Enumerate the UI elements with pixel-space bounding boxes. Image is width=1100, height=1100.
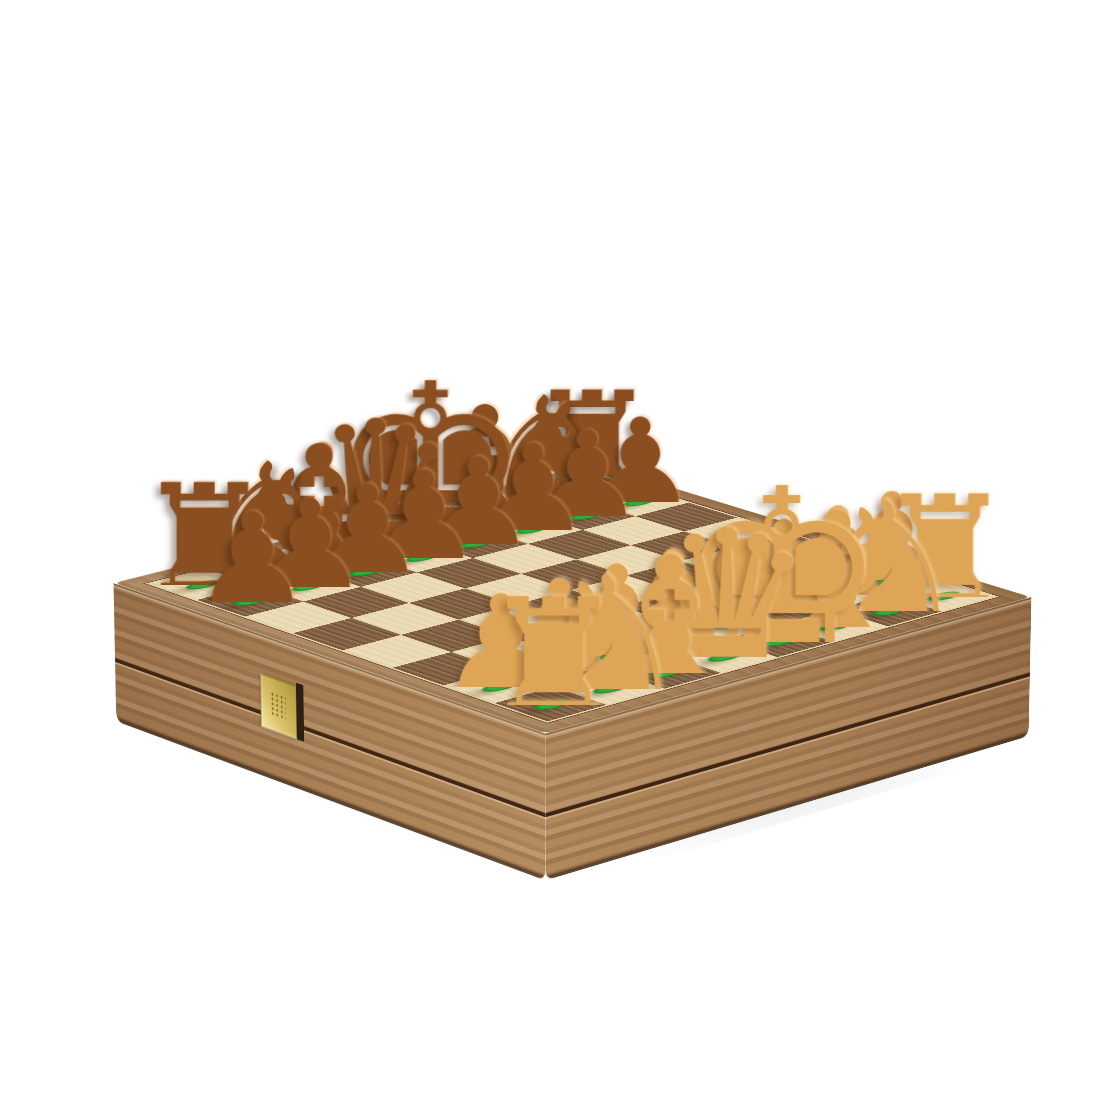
square-d2 (616, 623, 724, 655)
piece-shadow-c2 (567, 648, 643, 670)
square-c5 (409, 588, 515, 619)
piece-shadow-d2 (624, 633, 699, 655)
felt-pad-d1 (699, 649, 749, 664)
felt-pad-b1 (585, 681, 636, 696)
square-d3 (565, 606, 672, 638)
brass-latch (260, 673, 297, 740)
piece-shadow-g2 (791, 588, 864, 609)
piece-shadow-b1 (561, 681, 638, 704)
felt-pad-e1 (755, 634, 805, 648)
square-b6 (303, 587, 409, 618)
square-a5 (293, 618, 401, 650)
chess-box: ♜♞♝♛♚♝♞♜♟♟♟♟♟♟♟♟♟♟♟♟♟♟♟♟♜♞♝♛♚♝♞♜ (114, 463, 1032, 733)
piece-shadow-h1 (897, 590, 970, 611)
square-a1 (495, 687, 606, 721)
felt-pad-a2 (474, 679, 525, 694)
square-c1 (611, 655, 721, 688)
square-c3 (509, 621, 617, 653)
felt-pad-f1 (810, 619, 859, 633)
product-photo-chess-case: ♜♞♝♛♚♝♞♜♟♟♟♟♟♟♟♟♟♟♟♟♟♟♟♟♜♞♝♛♚♝♞♜ (0, 0, 1100, 1100)
square-c2 (560, 638, 669, 671)
square-c4 (458, 605, 565, 637)
felt-pad-e2 (703, 617, 752, 631)
square-e2 (673, 608, 780, 640)
felt-pad-c2 (590, 648, 640, 663)
square-a3 (393, 652, 502, 685)
piece-shadow-g1 (843, 604, 916, 625)
felt-pad-g1 (865, 604, 914, 618)
square-f2 (728, 593, 835, 624)
piece-shadow-a7 (203, 595, 278, 616)
square-b4 (401, 620, 509, 652)
felt-pad-f2 (758, 602, 807, 616)
felt-pad-a7 (226, 594, 276, 608)
piece-shadow-b2 (509, 664, 586, 686)
piece-black-rook-h8: ♜ (502, 259, 683, 488)
latch-engraving (270, 692, 286, 721)
square-e1 (725, 625, 833, 657)
latch-base-plate (296, 683, 304, 742)
square-f1 (780, 610, 888, 642)
square-e3 (621, 592, 727, 623)
piece-shadow-d1 (677, 650, 752, 672)
piece-shadow-a2 (451, 679, 528, 702)
felt-pad-c1 (642, 665, 693, 680)
felt-pad-b2 (533, 663, 584, 678)
felt-pad-d2 (647, 632, 697, 646)
piece-shadow-f1 (788, 619, 862, 640)
square-b1 (554, 671, 664, 705)
felt-pad-h1 (919, 589, 967, 603)
square-a2 (443, 669, 553, 703)
piece-shadow-e2 (681, 618, 755, 639)
piece-shadow-a1 (503, 697, 581, 720)
square-b3 (451, 637, 560, 670)
square-b5 (351, 603, 458, 635)
piece-shadow-c1 (619, 665, 695, 687)
square-d4 (515, 590, 621, 621)
square-g1 (835, 595, 942, 627)
square-b2 (502, 654, 612, 687)
felt-pad-a1 (526, 697, 578, 712)
square-d1 (668, 640, 777, 673)
square-a4 (343, 635, 451, 668)
piece-shadow-e1 (733, 634, 808, 656)
square-a6 (245, 601, 352, 633)
piece-shadow-f2 (736, 603, 810, 624)
